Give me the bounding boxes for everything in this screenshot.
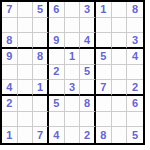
- digit: 8: [6, 35, 12, 46]
- cell-r2c7[interactable]: [96, 18, 112, 34]
- digit: 6: [132, 98, 138, 109]
- cell-r1c6[interactable]: 3: [80, 2, 96, 18]
- cell-r6c2[interactable]: [18, 80, 34, 96]
- cell-r3c5[interactable]: [65, 33, 81, 49]
- digit: 2: [53, 66, 59, 77]
- cell-r2c8[interactable]: [112, 18, 128, 34]
- digit: 3: [69, 82, 75, 93]
- cell-r4c6[interactable]: [80, 49, 96, 65]
- cell-r3c7[interactable]: [96, 33, 112, 49]
- cell-r6c1[interactable]: 4: [2, 80, 18, 96]
- cell-r9c8[interactable]: [112, 127, 128, 143]
- cell-r7c2[interactable]: [18, 96, 34, 112]
- cell-r9c4[interactable]: 4: [49, 127, 65, 143]
- digit: 3: [84, 4, 90, 15]
- cell-r8c6[interactable]: [80, 112, 96, 128]
- digit: 3: [132, 35, 138, 46]
- digit: 6: [53, 4, 59, 15]
- cell-r4c9[interactable]: 4: [127, 49, 143, 65]
- digit: 7: [100, 82, 106, 93]
- cell-r8c7[interactable]: [96, 112, 112, 128]
- cell-r5c6[interactable]: 5: [80, 65, 96, 81]
- cell-r9c5[interactable]: [65, 127, 81, 143]
- cell-r5c9[interactable]: [127, 65, 143, 81]
- cell-r1c7[interactable]: 1: [96, 2, 112, 18]
- digit: 5: [100, 51, 106, 62]
- cell-r8c2[interactable]: [18, 112, 34, 128]
- digit: 1: [37, 82, 43, 93]
- digit: 4: [132, 51, 138, 62]
- cell-r9c7[interactable]: 8: [96, 127, 112, 143]
- digit: 5: [132, 130, 138, 141]
- cell-r3c3[interactable]: [33, 33, 49, 49]
- cell-r4c5[interactable]: 1: [65, 49, 81, 65]
- cell-r7c3[interactable]: [33, 96, 49, 112]
- cell-r8c4[interactable]: [49, 112, 65, 128]
- digit: 5: [53, 98, 59, 109]
- cell-r7c5[interactable]: [65, 96, 81, 112]
- cell-r9c6[interactable]: 2: [80, 127, 96, 143]
- cell-r1c8[interactable]: [112, 2, 128, 18]
- cell-r8c1[interactable]: [2, 112, 18, 128]
- cell-r4c1[interactable]: 9: [2, 49, 18, 65]
- cell-r1c5[interactable]: [65, 2, 81, 18]
- sudoku-board: 75631889439815425413722586174285: [0, 0, 145, 145]
- digit: 4: [6, 82, 12, 93]
- cell-r3c6[interactable]: 4: [80, 33, 96, 49]
- digit: 2: [84, 130, 90, 141]
- cell-r9c3[interactable]: 7: [33, 127, 49, 143]
- cell-r1c9[interactable]: 8: [127, 2, 143, 18]
- digit: 8: [37, 51, 43, 62]
- cell-r2c1[interactable]: [2, 18, 18, 34]
- digit: 7: [6, 4, 12, 15]
- cell-r9c9[interactable]: 5: [127, 127, 143, 143]
- cell-r6c3[interactable]: 1: [33, 80, 49, 96]
- digit: 4: [53, 130, 59, 141]
- cell-r4c3[interactable]: 8: [33, 49, 49, 65]
- cell-r6c6[interactable]: [80, 80, 96, 96]
- digit: 1: [100, 4, 106, 15]
- cell-r8c8[interactable]: [112, 112, 128, 128]
- cell-r2c5[interactable]: [65, 18, 81, 34]
- cell-r8c5[interactable]: [65, 112, 81, 128]
- cell-r7c7[interactable]: [96, 96, 112, 112]
- cell-r4c2[interactable]: [18, 49, 34, 65]
- cell-r3c2[interactable]: [18, 33, 34, 49]
- cell-r3c1[interactable]: 8: [2, 33, 18, 49]
- cell-r6c9[interactable]: 2: [127, 80, 143, 96]
- digit: 5: [84, 66, 90, 77]
- cell-r3c4[interactable]: 9: [49, 33, 65, 49]
- cell-r5c5[interactable]: [65, 65, 81, 81]
- cell-r4c4[interactable]: [49, 49, 65, 65]
- cell-r5c4[interactable]: 2: [49, 65, 65, 81]
- cell-r2c4[interactable]: [49, 18, 65, 34]
- cell-r1c3[interactable]: 5: [33, 2, 49, 18]
- cell-r2c9[interactable]: [127, 18, 143, 34]
- cell-r7c6[interactable]: 8: [80, 96, 96, 112]
- cell-r7c4[interactable]: 5: [49, 96, 65, 112]
- digit: 4: [84, 35, 90, 46]
- digit: 8: [132, 4, 138, 15]
- digit: 1: [69, 51, 75, 62]
- cell-r2c3[interactable]: [33, 18, 49, 34]
- cell-r6c8[interactable]: [112, 80, 128, 96]
- digit: 2: [6, 98, 12, 109]
- cell-r7c9[interactable]: 6: [127, 96, 143, 112]
- cell-r2c6[interactable]: [80, 18, 96, 34]
- cell-r4c8[interactable]: [112, 49, 128, 65]
- cell-r5c1[interactable]: [2, 65, 18, 81]
- cell-r9c2[interactable]: [18, 127, 34, 143]
- cell-r6c7[interactable]: 7: [96, 80, 112, 96]
- digit: 7: [37, 130, 43, 141]
- cell-r7c8[interactable]: [112, 96, 128, 112]
- cell-r3c8[interactable]: [112, 33, 128, 49]
- digit: 8: [100, 130, 106, 141]
- digit: 1: [6, 130, 12, 141]
- cell-r2c2[interactable]: [18, 18, 34, 34]
- cell-r7c1[interactable]: 2: [2, 96, 18, 112]
- cell-r8c3[interactable]: [33, 112, 49, 128]
- cell-r1c2[interactable]: [18, 2, 34, 18]
- cell-r3c9[interactable]: 3: [127, 33, 143, 49]
- cell-r6c5[interactable]: 3: [65, 80, 81, 96]
- cell-r5c3[interactable]: [33, 65, 49, 81]
- digit: 8: [84, 98, 90, 109]
- digit: 2: [132, 82, 138, 93]
- digit: 9: [53, 35, 59, 46]
- cell-r8c9[interactable]: [127, 112, 143, 128]
- cell-r1c4[interactable]: 6: [49, 2, 65, 18]
- cell-r5c2[interactable]: [18, 65, 34, 81]
- cell-r6c4[interactable]: [49, 80, 65, 96]
- cell-r5c7[interactable]: [96, 65, 112, 81]
- digit: 9: [6, 51, 12, 62]
- cell-r1c1[interactable]: 7: [2, 2, 18, 18]
- cell-r5c8[interactable]: [112, 65, 128, 81]
- cell-r9c1[interactable]: 1: [2, 127, 18, 143]
- cell-r4c7[interactable]: 5: [96, 49, 112, 65]
- digit: 5: [37, 4, 43, 15]
